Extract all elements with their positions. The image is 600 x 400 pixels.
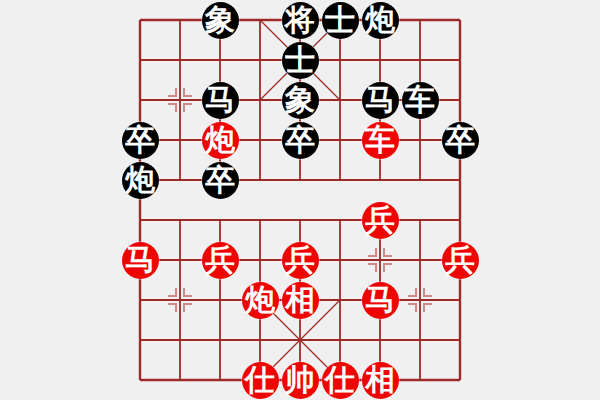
piece-red-soldier[interactable]: 兵: [442, 242, 479, 279]
piece-black-elephant[interactable]: 象: [202, 2, 239, 39]
piece-black-cannon[interactable]: 炮: [122, 162, 159, 199]
xiangqi-board[interactable]: 象将士炮士马象马车卒炮卒车卒炮卒兵马兵兵兵炮相马仕帅仕相: [120, 0, 480, 400]
piece-black-soldier[interactable]: 卒: [122, 122, 159, 159]
piece-red-soldier[interactable]: 兵: [362, 202, 399, 239]
position-marker: [384, 248, 392, 256]
position-marker: [424, 304, 432, 312]
piece-black-soldier[interactable]: 卒: [282, 122, 319, 159]
position-marker: [184, 88, 192, 96]
position-marker: [168, 88, 176, 96]
piece-red-soldier[interactable]: 兵: [282, 242, 319, 279]
piece-red-chariot[interactable]: 车: [362, 122, 399, 159]
piece-black-chariot[interactable]: 车: [402, 82, 439, 119]
piece-black-advisor[interactable]: 士: [322, 2, 359, 39]
piece-black-soldier[interactable]: 卒: [442, 122, 479, 159]
position-marker: [368, 264, 376, 272]
piece-red-horse[interactable]: 马: [362, 282, 399, 319]
position-marker: [184, 288, 192, 296]
position-marker: [168, 104, 176, 112]
position-marker: [168, 288, 176, 296]
piece-red-cannon[interactable]: 炮: [202, 122, 239, 159]
piece-black-horse[interactable]: 马: [362, 82, 399, 119]
position-marker: [424, 288, 432, 296]
piece-red-cannon[interactable]: 炮: [242, 282, 279, 319]
piece-red-advisor[interactable]: 仕: [242, 362, 279, 399]
position-marker: [384, 264, 392, 272]
piece-red-soldier[interactable]: 兵: [202, 242, 239, 279]
piece-black-general[interactable]: 将: [282, 2, 319, 39]
piece-red-horse[interactable]: 马: [122, 242, 159, 279]
position-marker: [408, 288, 416, 296]
piece-black-cannon[interactable]: 炮: [362, 2, 399, 39]
page: { "game": "xiangqi", "position": "2b1kac…: [0, 0, 600, 400]
piece-black-elephant[interactable]: 象: [282, 82, 319, 119]
piece-red-general[interactable]: 帅: [282, 362, 319, 399]
piece-black-horse[interactable]: 马: [202, 82, 239, 119]
position-marker: [168, 304, 176, 312]
piece-black-advisor[interactable]: 士: [282, 42, 319, 79]
piece-red-advisor[interactable]: 仕: [322, 362, 359, 399]
position-marker: [368, 248, 376, 256]
position-marker: [184, 304, 192, 312]
piece-red-elephant[interactable]: 相: [282, 282, 319, 319]
piece-red-elephant[interactable]: 相: [362, 362, 399, 399]
piece-black-soldier[interactable]: 卒: [202, 162, 239, 199]
position-marker: [184, 104, 192, 112]
position-marker: [408, 304, 416, 312]
